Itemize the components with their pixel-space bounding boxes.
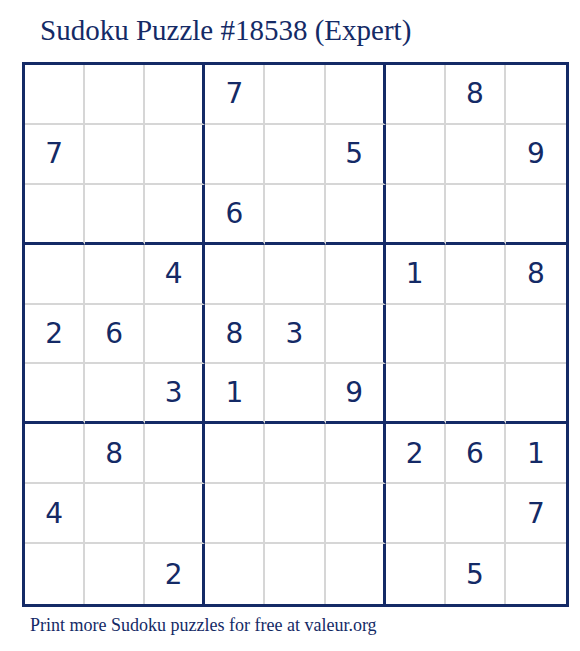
sudoku-page: Sudoku Puzzle #18538 (Expert) 7875964182…	[0, 0, 580, 651]
given-digit: 3	[286, 317, 304, 350]
sudoku-cell	[85, 65, 145, 125]
given-digit: 6	[466, 437, 484, 470]
sudoku-cell	[446, 305, 506, 365]
sudoku-cell	[386, 125, 446, 185]
sudoku-cell	[265, 364, 325, 424]
sudoku-cell	[446, 245, 506, 305]
sudoku-cell	[145, 305, 205, 365]
sudoku-cell: 2	[25, 305, 85, 365]
sudoku-cell	[145, 484, 205, 544]
given-digit: 7	[45, 137, 63, 170]
sudoku-cell	[446, 185, 506, 245]
sudoku-cell	[25, 424, 85, 484]
given-digit: 3	[165, 376, 183, 409]
sudoku-cell	[145, 185, 205, 245]
sudoku-cell: 8	[205, 305, 265, 365]
sudoku-cell	[386, 65, 446, 125]
given-digit: 2	[45, 317, 63, 350]
sudoku-cell	[326, 305, 386, 365]
given-digit: 4	[45, 497, 63, 530]
sudoku-cell	[85, 544, 145, 604]
sudoku-cell: 8	[506, 245, 566, 305]
sudoku-cell: 9	[326, 364, 386, 424]
sudoku-cell	[85, 185, 145, 245]
sudoku-cell	[85, 245, 145, 305]
sudoku-cell	[145, 424, 205, 484]
sudoku-cell	[506, 305, 566, 365]
sudoku-cell: 7	[205, 65, 265, 125]
given-digit: 8	[105, 437, 123, 470]
sudoku-cell	[386, 544, 446, 604]
given-digit: 6	[105, 317, 123, 350]
sudoku-cell	[326, 544, 386, 604]
sudoku-cell	[446, 484, 506, 544]
sudoku-cell: 9	[506, 125, 566, 185]
sudoku-cell: 5	[326, 125, 386, 185]
sudoku-cell	[25, 245, 85, 305]
sudoku-cell: 6	[205, 185, 265, 245]
sudoku-cell	[145, 65, 205, 125]
sudoku-cell	[25, 364, 85, 424]
given-digit: 1	[527, 437, 545, 470]
sudoku-cell	[205, 245, 265, 305]
sudoku-cell: 3	[265, 305, 325, 365]
sudoku-cell	[326, 245, 386, 305]
sudoku-cell	[265, 65, 325, 125]
given-digit: 8	[527, 257, 545, 290]
sudoku-cell	[205, 484, 265, 544]
sudoku-cell: 5	[446, 544, 506, 604]
sudoku-cell	[386, 305, 446, 365]
given-digit: 2	[165, 558, 183, 591]
given-digit: 4	[165, 257, 183, 290]
sudoku-cell	[326, 65, 386, 125]
sudoku-cell: 8	[85, 424, 145, 484]
sudoku-cell	[506, 65, 566, 125]
sudoku-cell: 6	[85, 305, 145, 365]
given-digit: 5	[466, 558, 484, 591]
given-digit: 1	[406, 257, 424, 290]
sudoku-cell	[265, 544, 325, 604]
sudoku-cell: 7	[506, 484, 566, 544]
given-digit: 9	[527, 137, 545, 170]
sudoku-cell	[145, 125, 205, 185]
given-digit: 9	[345, 376, 363, 409]
given-digit: 7	[225, 77, 243, 110]
sudoku-board: 787596418268331982614725	[22, 62, 569, 607]
sudoku-cell	[265, 245, 325, 305]
sudoku-cell	[506, 364, 566, 424]
sudoku-cell	[25, 65, 85, 125]
sudoku-cell: 1	[506, 424, 566, 484]
sudoku-cell	[386, 364, 446, 424]
sudoku-cell	[326, 424, 386, 484]
sudoku-cell	[85, 125, 145, 185]
sudoku-cell	[25, 185, 85, 245]
sudoku-cell	[326, 484, 386, 544]
sudoku-cell	[205, 424, 265, 484]
sudoku-cell	[265, 484, 325, 544]
sudoku-cell	[506, 185, 566, 245]
sudoku-cell: 8	[446, 65, 506, 125]
sudoku-cell	[446, 364, 506, 424]
sudoku-cell: 6	[446, 424, 506, 484]
sudoku-cell: 1	[386, 245, 446, 305]
sudoku-cell	[446, 125, 506, 185]
sudoku-cell: 1	[205, 364, 265, 424]
sudoku-cell	[265, 125, 325, 185]
sudoku-cell	[506, 544, 566, 604]
sudoku-cell	[85, 364, 145, 424]
sudoku-cell	[205, 544, 265, 604]
given-digit: 2	[406, 437, 424, 470]
sudoku-cell: 3	[145, 364, 205, 424]
sudoku-cell	[265, 185, 325, 245]
given-digit: 8	[466, 77, 484, 110]
given-digit: 1	[225, 376, 243, 409]
sudoku-cell: 4	[25, 484, 85, 544]
sudoku-cell: 2	[145, 544, 205, 604]
given-digit: 6	[225, 197, 243, 230]
sudoku-cell	[326, 185, 386, 245]
sudoku-cell	[386, 185, 446, 245]
sudoku-cell	[265, 424, 325, 484]
footer-text: Print more Sudoku puzzles for free at va…	[30, 615, 377, 636]
page-title: Sudoku Puzzle #18538 (Expert)	[40, 14, 411, 47]
sudoku-cell: 2	[386, 424, 446, 484]
given-digit: 5	[345, 137, 363, 170]
sudoku-cell: 7	[25, 125, 85, 185]
sudoku-cell: 4	[145, 245, 205, 305]
sudoku-cell	[386, 484, 446, 544]
given-digit: 8	[225, 317, 243, 350]
sudoku-cell	[205, 125, 265, 185]
sudoku-cell	[85, 484, 145, 544]
given-digit: 7	[527, 497, 545, 530]
sudoku-cell	[25, 544, 85, 604]
